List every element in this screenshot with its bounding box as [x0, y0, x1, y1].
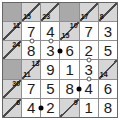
- cell-r5c3-clue: 9: [60, 99, 78, 117]
- white-kropki-dot: [86, 76, 91, 81]
- cell-r3c5-clue: 14: [99, 60, 117, 78]
- solution-digit: 1: [80, 99, 98, 117]
- down-clue: 15: [61, 32, 69, 40]
- cell-r1c4-entry[interactable]: 7: [80, 22, 98, 40]
- down-clue: 15: [23, 13, 31, 21]
- cell-r0c4-clue: 17: [80, 3, 98, 21]
- cell-r0c0-block: [3, 3, 21, 21]
- cell-r1c3-clue: 1015: [60, 22, 78, 40]
- kakuro-board: 1523178117410157324836251311913143075846…: [2, 2, 118, 118]
- across-clue: 10: [70, 22, 78, 30]
- solution-digit: 2: [41, 99, 59, 117]
- cell-r0c1-clue: 15: [22, 3, 40, 21]
- down-clue: 11: [23, 71, 30, 79]
- cell-r5c0-clue: 6: [3, 99, 21, 117]
- down-clue: 23: [42, 13, 50, 21]
- solution-digit: 6: [60, 41, 78, 59]
- solution-digit: 9: [41, 60, 59, 78]
- cell-r5c4-entry[interactable]: 1: [80, 99, 98, 117]
- cell-r0c3-block: [60, 3, 78, 21]
- black-kropki-dot: [38, 105, 43, 110]
- cell-r3c0-block: [3, 60, 21, 78]
- solution-digit: 5: [41, 80, 59, 98]
- cell-r2c5-entry[interactable]: 5: [99, 41, 117, 59]
- black-kropki-dot: [58, 48, 63, 53]
- solution-digit: 3: [99, 22, 117, 40]
- solution-digit: 4: [80, 80, 98, 98]
- cell-r3c1-clue: 1311: [22, 60, 40, 78]
- white-kropki-dot: [29, 38, 34, 43]
- solution-digit: 6: [99, 80, 117, 98]
- cell-r4c2-entry[interactable]: 5: [41, 80, 59, 98]
- white-kropki-dot: [48, 38, 53, 43]
- cell-r2c0-clue: 24: [3, 41, 21, 59]
- across-clue: 11: [13, 22, 20, 30]
- down-clue: 17: [81, 13, 89, 21]
- cell-r4c5-entry[interactable]: 6: [99, 80, 117, 98]
- down-clue: 14: [100, 71, 108, 79]
- cell-r0c5-clue: 8: [99, 3, 117, 21]
- cell-r4c1-entry[interactable]: 7: [22, 80, 40, 98]
- solution-digit: 5: [99, 41, 117, 59]
- cell-r5c5-entry[interactable]: 8: [99, 99, 117, 117]
- cell-r5c2-entry[interactable]: 2: [41, 99, 59, 117]
- cell-r3c2-entry[interactable]: 9: [41, 60, 59, 78]
- cell-r4c4-entry[interactable]: 4: [80, 80, 98, 98]
- solution-digit: 1: [60, 60, 78, 78]
- cell-r2c3-entry[interactable]: 6: [60, 41, 78, 59]
- black-kropki-dot: [76, 86, 81, 91]
- cell-r1c5-entry[interactable]: 3: [99, 22, 117, 40]
- cell-r4c0-clue: 30: [3, 80, 21, 98]
- down-clue: 8: [100, 13, 104, 21]
- across-clue: 13: [32, 60, 40, 68]
- solution-digit: 8: [99, 99, 117, 117]
- cell-r1c0-clue: 11: [3, 22, 21, 40]
- across-clue: 6: [16, 99, 20, 107]
- across-clue: 9: [74, 99, 78, 107]
- cell-r0c2-clue: 23: [41, 3, 59, 21]
- across-clue: 30: [12, 80, 20, 88]
- solution-digit: 7: [22, 80, 40, 98]
- cell-r3c3-entry[interactable]: 1: [60, 60, 78, 78]
- cell-r2c1-entry[interactable]: 8: [22, 41, 40, 59]
- white-kropki-dot: [86, 58, 91, 63]
- solution-digit: 8: [22, 41, 40, 59]
- solution-digit: 7: [80, 22, 98, 40]
- across-clue: 24: [12, 41, 20, 49]
